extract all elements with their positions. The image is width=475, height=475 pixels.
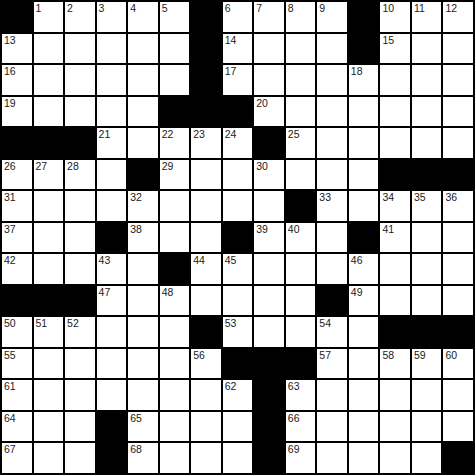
block-cell	[443, 317, 473, 347]
cell[interactable]	[349, 380, 379, 410]
cell[interactable]	[317, 380, 347, 410]
cell[interactable]	[128, 254, 158, 284]
cell[interactable]: 28	[65, 160, 95, 190]
block-cell	[97, 223, 127, 253]
block-cell	[97, 412, 127, 442]
cell[interactable]	[34, 443, 64, 473]
clue-number: 41	[382, 223, 394, 236]
cell[interactable]	[160, 34, 190, 64]
cell[interactable]	[254, 191, 284, 221]
cell[interactable]	[412, 223, 442, 253]
clue-number: 22	[162, 128, 174, 141]
clue-number: 36	[445, 191, 457, 204]
block-cell	[443, 160, 473, 190]
block-cell	[380, 317, 410, 347]
clue-number: 23	[193, 128, 205, 141]
cell[interactable]: 42	[2, 254, 32, 284]
clue-number: 55	[4, 349, 16, 362]
clue-number: 29	[162, 160, 174, 173]
cell[interactable]	[443, 286, 473, 316]
cell[interactable]	[128, 380, 158, 410]
cell[interactable]: 60	[443, 349, 473, 379]
cell[interactable]	[97, 160, 127, 190]
cell[interactable]: 34	[380, 191, 410, 221]
block-cell	[223, 223, 253, 253]
clue-number: 40	[288, 223, 300, 236]
cell[interactable]	[223, 412, 253, 442]
cell[interactable]: 3	[97, 2, 127, 32]
clue-number: 8	[288, 2, 294, 15]
clue-number: 48	[162, 286, 174, 299]
cell[interactable]: 21	[97, 128, 127, 158]
cell[interactable]: 49	[349, 286, 379, 316]
cell[interactable]	[34, 191, 64, 221]
clue-number: 16	[4, 65, 16, 78]
block-cell	[349, 2, 379, 32]
block-cell	[191, 2, 221, 32]
clue-number: 10	[382, 2, 394, 15]
cell[interactable]: 33	[317, 191, 347, 221]
cell[interactable]	[349, 349, 379, 379]
block-cell	[191, 97, 221, 127]
cell[interactable]	[128, 286, 158, 316]
cell[interactable]: 48	[160, 286, 190, 316]
cell[interactable]	[65, 191, 95, 221]
clue-number: 53	[225, 317, 237, 330]
cell[interactable]	[317, 223, 347, 253]
block-cell	[191, 65, 221, 95]
cell[interactable]	[191, 191, 221, 221]
cell[interactable]: 37	[2, 223, 32, 253]
cell[interactable]: 31	[2, 191, 32, 221]
cell[interactable]: 22	[160, 128, 190, 158]
cell[interactable]	[254, 34, 284, 64]
clue-number: 32	[130, 191, 142, 204]
clue-number: 21	[99, 128, 111, 141]
clue-number: 42	[4, 254, 16, 267]
cell[interactable]	[412, 97, 442, 127]
cell[interactable]	[380, 443, 410, 473]
cell[interactable]	[349, 412, 379, 442]
cell[interactable]: 17	[223, 65, 253, 95]
cell[interactable]	[349, 97, 379, 127]
cell[interactable]	[65, 443, 95, 473]
cell[interactable]	[223, 191, 253, 221]
cell[interactable]	[349, 191, 379, 221]
cell[interactable]	[191, 160, 221, 190]
cell[interactable]	[160, 223, 190, 253]
cell[interactable]	[412, 412, 442, 442]
clue-number: 62	[225, 380, 237, 393]
cell[interactable]	[65, 34, 95, 64]
cell[interactable]: 39	[254, 223, 284, 253]
cell[interactable]: 68	[128, 443, 158, 473]
cell[interactable]: 38	[128, 223, 158, 253]
cell[interactable]	[380, 286, 410, 316]
cell[interactable]	[160, 412, 190, 442]
block-cell	[380, 160, 410, 190]
cell[interactable]: 45	[223, 254, 253, 284]
cell[interactable]: 7	[254, 2, 284, 32]
cell[interactable]: 14	[223, 34, 253, 64]
clue-number: 33	[319, 191, 331, 204]
cell[interactable]	[223, 286, 253, 316]
cell[interactable]	[254, 254, 284, 284]
cell[interactable]	[160, 317, 190, 347]
cell[interactable]: 53	[223, 317, 253, 347]
clue-number: 27	[36, 160, 48, 173]
clue-number: 24	[225, 128, 237, 141]
clue-number: 50	[4, 317, 16, 330]
clue-number: 9	[319, 2, 325, 15]
block-cell	[254, 412, 284, 442]
clue-number: 49	[351, 286, 363, 299]
cell[interactable]: 8	[286, 2, 316, 32]
cell[interactable]: 62	[223, 380, 253, 410]
cell[interactable]	[254, 65, 284, 95]
clue-number: 4	[130, 2, 136, 15]
block-cell	[191, 317, 221, 347]
block-cell	[412, 160, 442, 190]
cell[interactable]	[317, 34, 347, 64]
block-cell	[223, 349, 253, 379]
clue-number: 47	[99, 286, 111, 299]
cell[interactable]	[443, 65, 473, 95]
cell[interactable]: 12	[443, 2, 473, 32]
clue-number: 43	[99, 254, 111, 267]
cell[interactable]: 5	[160, 2, 190, 32]
cell[interactable]	[412, 380, 442, 410]
cell[interactable]	[380, 380, 410, 410]
clue-number: 26	[4, 160, 16, 173]
block-cell	[34, 286, 64, 316]
cell[interactable]	[443, 254, 473, 284]
clue-number: 11	[414, 2, 425, 15]
clue-number: 39	[256, 223, 268, 236]
cell[interactable]	[34, 254, 64, 284]
cell[interactable]	[317, 254, 347, 284]
cell[interactable]: 27	[34, 160, 64, 190]
cell[interactable]: 10	[380, 2, 410, 32]
cell[interactable]	[34, 34, 64, 64]
cell[interactable]: 20	[254, 97, 284, 127]
cell[interactable]	[317, 412, 347, 442]
cell[interactable]: 66	[286, 412, 316, 442]
cell[interactable]	[380, 65, 410, 95]
block-cell	[160, 254, 190, 284]
cell[interactable]	[349, 443, 379, 473]
cell[interactable]	[160, 380, 190, 410]
clue-number: 15	[382, 34, 394, 47]
cell[interactable]	[443, 380, 473, 410]
cell[interactable]	[286, 254, 316, 284]
clue-number: 30	[256, 160, 268, 173]
cell[interactable]: 61	[2, 380, 32, 410]
cell[interactable]	[128, 97, 158, 127]
cell[interactable]: 58	[380, 349, 410, 379]
cell[interactable]	[286, 34, 316, 64]
block-cell	[317, 286, 347, 316]
block-cell	[254, 443, 284, 473]
cell[interactable]	[380, 128, 410, 158]
clue-number: 69	[288, 443, 300, 456]
clue-number: 51	[36, 317, 48, 330]
clue-number: 65	[130, 412, 142, 425]
cell[interactable]	[191, 286, 221, 316]
block-cell	[128, 160, 158, 190]
block-cell	[160, 97, 190, 127]
clue-number: 12	[445, 2, 457, 15]
cell[interactable]: 6	[223, 2, 253, 32]
cell[interactable]	[128, 34, 158, 64]
cell[interactable]: 59	[412, 349, 442, 379]
cell[interactable]	[286, 65, 316, 95]
clue-number: 7	[256, 2, 262, 15]
clue-number: 67	[4, 443, 16, 456]
cell[interactable]: 16	[2, 65, 32, 95]
cell[interactable]: 24	[223, 128, 253, 158]
cell[interactable]	[412, 443, 442, 473]
clue-number: 31	[4, 191, 16, 204]
cell[interactable]	[160, 443, 190, 473]
block-cell	[254, 380, 284, 410]
cell[interactable]	[412, 286, 442, 316]
clue-number: 54	[319, 317, 331, 330]
clue-number: 57	[319, 349, 331, 362]
cell[interactable]	[254, 317, 284, 347]
cell[interactable]	[97, 317, 127, 347]
block-cell	[412, 317, 442, 347]
clue-number: 25	[288, 128, 300, 141]
cell[interactable]	[443, 34, 473, 64]
cell[interactable]	[160, 349, 190, 379]
clue-number: 35	[414, 191, 426, 204]
cell[interactable]	[443, 223, 473, 253]
cell[interactable]	[380, 254, 410, 284]
block-cell	[349, 223, 379, 253]
cell[interactable]: 44	[191, 254, 221, 284]
cell[interactable]	[412, 128, 442, 158]
cell[interactable]: 1	[34, 2, 64, 32]
clue-number: 3	[99, 2, 105, 15]
cell[interactable]	[286, 286, 316, 316]
clue-number: 66	[288, 412, 300, 425]
clue-number: 19	[4, 97, 16, 110]
cell[interactable]	[286, 317, 316, 347]
cell[interactable]	[128, 65, 158, 95]
cell[interactable]	[65, 254, 95, 284]
cell[interactable]: 23	[191, 128, 221, 158]
cell[interactable]: 65	[128, 412, 158, 442]
cell[interactable]	[286, 160, 316, 190]
clue-number: 58	[382, 349, 394, 362]
cell[interactable]	[349, 128, 379, 158]
cell[interactable]	[160, 65, 190, 95]
block-cell	[65, 286, 95, 316]
cell[interactable]	[160, 191, 190, 221]
cell[interactable]	[65, 412, 95, 442]
cell[interactable]: 26	[2, 160, 32, 190]
clue-number: 46	[351, 254, 363, 267]
cell[interactable]	[97, 349, 127, 379]
block-cell	[223, 97, 253, 127]
cell[interactable]	[412, 34, 442, 64]
cell[interactable]	[380, 412, 410, 442]
block-cell	[286, 349, 316, 379]
cell[interactable]: 43	[97, 254, 127, 284]
cell[interactable]	[34, 349, 64, 379]
clue-number: 61	[4, 380, 16, 393]
cell[interactable]: 32	[128, 191, 158, 221]
block-cell	[2, 128, 32, 158]
cell[interactable]	[65, 380, 95, 410]
block-cell	[254, 349, 284, 379]
cell[interactable]	[97, 380, 127, 410]
block-cell	[254, 128, 284, 158]
clue-number: 59	[414, 349, 426, 362]
cell[interactable]: 67	[2, 443, 32, 473]
cell[interactable]	[286, 97, 316, 127]
clue-number: 14	[225, 34, 237, 47]
clue-number: 34	[382, 191, 394, 204]
cell[interactable]	[97, 65, 127, 95]
block-cell	[286, 191, 316, 221]
clue-number: 68	[130, 443, 142, 456]
block-cell	[349, 34, 379, 64]
cell[interactable]	[412, 254, 442, 284]
clue-number: 20	[256, 97, 268, 110]
cell[interactable]	[223, 443, 253, 473]
clue-number: 37	[4, 223, 16, 236]
block-cell	[2, 286, 32, 316]
cell[interactable]: 13	[2, 34, 32, 64]
cell[interactable]	[191, 380, 221, 410]
cell[interactable]	[34, 412, 64, 442]
cell[interactable]: 11	[412, 2, 442, 32]
cell[interactable]: 64	[2, 412, 32, 442]
cell[interactable]	[128, 317, 158, 347]
cell[interactable]: 9	[317, 2, 347, 32]
clue-number: 18	[351, 65, 363, 78]
cell[interactable]: 35	[412, 191, 442, 221]
clue-number: 1	[36, 2, 42, 15]
cell[interactable]	[34, 223, 64, 253]
clue-number: 5	[162, 2, 168, 15]
cell[interactable]	[443, 128, 473, 158]
cell[interactable]	[349, 317, 379, 347]
cell[interactable]: 40	[286, 223, 316, 253]
cell[interactable]: 51	[34, 317, 64, 347]
block-cell	[2, 2, 32, 32]
cell[interactable]	[97, 191, 127, 221]
clue-number: 13	[4, 34, 16, 47]
cell[interactable]	[191, 223, 221, 253]
block-cell	[65, 128, 95, 158]
cell[interactable]: 18	[349, 65, 379, 95]
cell[interactable]: 54	[317, 317, 347, 347]
cell[interactable]	[317, 128, 347, 158]
cell[interactable]	[65, 349, 95, 379]
cell[interactable]: 63	[286, 380, 316, 410]
cell[interactable]	[223, 160, 253, 190]
cell[interactable]	[128, 128, 158, 158]
cell[interactable]	[317, 65, 347, 95]
cell[interactable]: 29	[160, 160, 190, 190]
cell[interactable]: 46	[349, 254, 379, 284]
cell[interactable]: 50	[2, 317, 32, 347]
block-cell	[34, 128, 64, 158]
cell[interactable]: 15	[380, 34, 410, 64]
cell[interactable]	[317, 97, 347, 127]
block-cell	[443, 443, 473, 473]
cell[interactable]	[65, 65, 95, 95]
clue-number: 52	[67, 317, 79, 330]
cell[interactable]: 30	[254, 160, 284, 190]
cell[interactable]: 25	[286, 128, 316, 158]
crossword-grid: 1234567891011121314151617181920212223242…	[0, 0, 475, 475]
cell[interactable]	[65, 97, 95, 127]
clue-number: 28	[67, 160, 79, 173]
cell[interactable]	[34, 97, 64, 127]
clue-number: 56	[193, 349, 205, 362]
cell[interactable]: 56	[191, 349, 221, 379]
cell[interactable]: 57	[317, 349, 347, 379]
cell[interactable]	[254, 286, 284, 316]
cell[interactable]	[65, 223, 95, 253]
clue-number: 38	[130, 223, 142, 236]
cell[interactable]	[412, 65, 442, 95]
clue-number: 60	[445, 349, 457, 362]
cell[interactable]	[349, 160, 379, 190]
cell[interactable]	[97, 34, 127, 64]
cell[interactable]	[191, 443, 221, 473]
clue-number: 6	[225, 2, 231, 15]
block-cell	[191, 34, 221, 64]
cell[interactable]: 41	[380, 223, 410, 253]
cell[interactable]	[317, 160, 347, 190]
clue-number: 17	[225, 65, 237, 78]
clue-number: 2	[67, 2, 73, 15]
cell[interactable]	[443, 412, 473, 442]
cell[interactable]	[128, 349, 158, 379]
clue-number: 63	[288, 380, 300, 393]
cell[interactable]	[380, 97, 410, 127]
cell[interactable]	[317, 443, 347, 473]
cell[interactable]: 4	[128, 2, 158, 32]
cell[interactable]	[191, 412, 221, 442]
cell[interactable]: 55	[2, 349, 32, 379]
clue-number: 44	[193, 254, 205, 267]
cell[interactable]: 69	[286, 443, 316, 473]
cell[interactable]: 52	[65, 317, 95, 347]
cell[interactable]: 19	[2, 97, 32, 127]
clue-number: 64	[4, 412, 16, 425]
cell[interactable]	[34, 380, 64, 410]
cell[interactable]	[97, 97, 127, 127]
cell[interactable]	[443, 97, 473, 127]
cell[interactable]	[34, 65, 64, 95]
clue-number: 45	[225, 254, 237, 267]
cell[interactable]: 36	[443, 191, 473, 221]
cell[interactable]: 2	[65, 2, 95, 32]
block-cell	[97, 443, 127, 473]
cell[interactable]: 47	[97, 286, 127, 316]
